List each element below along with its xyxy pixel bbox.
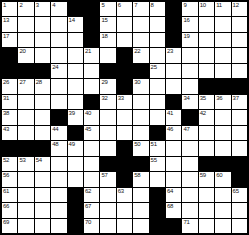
cell-r14c15[interactable] (232, 203, 247, 217)
block-cell-r7c11 (166, 95, 181, 109)
cell-r4c9[interactable]: 22 (133, 48, 148, 62)
cell-r1c3[interactable]: 3 (35, 2, 50, 16)
clue-number-63: 63 (118, 188, 124, 195)
cell-r15c12[interactable]: 71 (182, 219, 197, 233)
block-cell-r4c8 (117, 48, 132, 62)
cell-r2c12[interactable]: 16 (182, 17, 197, 31)
block-cell-r9c5 (68, 126, 83, 140)
cell-r9c11[interactable]: 46 (166, 126, 181, 140)
cell-r1c1[interactable]: 1 (2, 2, 17, 16)
clue-number-9: 9 (183, 2, 186, 9)
block-cell-r8c4 (51, 110, 66, 124)
clue-number-13: 13 (3, 17, 9, 24)
clue-number-23: 23 (167, 48, 173, 55)
cell-r13c2[interactable] (18, 188, 33, 202)
cell-r2c3[interactable] (35, 17, 50, 31)
block-cell-r10c2 (18, 141, 33, 155)
cell-r8c10[interactable] (150, 110, 165, 124)
cell-r9c12[interactable]: 47 (182, 126, 197, 140)
clue-number-39: 39 (69, 110, 75, 117)
block-cell-r4c1 (2, 48, 17, 62)
clue-number-44: 44 (52, 126, 58, 133)
cell-r2c2[interactable] (18, 17, 33, 31)
cell-r4c6[interactable]: 21 (84, 48, 99, 62)
clue-number-1: 1 (3, 2, 6, 9)
block-cell-r11c7 (100, 157, 115, 171)
clue-number-16: 16 (183, 17, 189, 24)
cell-r15c14[interactable] (215, 219, 230, 233)
block-cell-r11c15 (232, 157, 247, 171)
block-cell-r1c5 (68, 2, 83, 16)
clue-number-47: 47 (183, 126, 189, 133)
cell-r13c11[interactable]: 64 (166, 188, 181, 202)
cell-r1c15[interactable]: 12 (232, 2, 247, 16)
crossword-puzzle: 1234567891011121314151617181920212223242… (0, 0, 249, 235)
cell-r4c10[interactable] (150, 48, 165, 62)
block-cell-r10c1 (2, 141, 17, 155)
cell-r14c9[interactable] (133, 203, 148, 217)
cell-r14c6[interactable]: 67 (84, 203, 99, 217)
cell-r10c14[interactable] (215, 141, 230, 155)
cell-r1c7[interactable]: 5 (100, 2, 115, 16)
cell-r6c11[interactable] (166, 79, 181, 93)
cell-r5c6[interactable] (84, 64, 99, 78)
cell-r1c8[interactable]: 6 (117, 2, 132, 16)
cell-r12c5[interactable] (68, 172, 83, 186)
clue-number-25: 25 (151, 64, 157, 71)
cell-r14c14[interactable] (215, 203, 230, 217)
cell-r8c11[interactable]: 41 (166, 110, 181, 124)
cell-r14c11[interactable]: 68 (166, 203, 181, 217)
cell-r15c3[interactable] (35, 219, 50, 233)
cell-r2c10[interactable] (150, 17, 165, 31)
cell-r6c3[interactable]: 28 (35, 79, 50, 93)
clue-number-46: 46 (167, 126, 173, 133)
cell-r7c10[interactable] (150, 95, 165, 109)
cell-r10c9[interactable]: 50 (133, 141, 148, 155)
cell-r3c8[interactable] (117, 33, 132, 47)
cell-r8c6[interactable]: 40 (84, 110, 99, 124)
block-cell-r2c11 (166, 17, 181, 31)
block-cell-r2c6 (84, 17, 99, 31)
clue-number-24: 24 (52, 64, 58, 71)
clue-number-37: 37 (233, 95, 239, 102)
clue-number-50: 50 (134, 141, 140, 148)
clue-number-14: 14 (69, 17, 75, 24)
block-cell-r11c13 (199, 157, 214, 171)
clue-number-22: 22 (134, 48, 140, 55)
block-cell-r5c9 (133, 64, 148, 78)
block-cell-r14c5 (68, 203, 83, 217)
cell-r12c9[interactable]: 58 (133, 172, 148, 186)
clue-number-59: 59 (200, 172, 206, 179)
block-cell-r14c10 (150, 203, 165, 217)
cell-r8c2[interactable] (18, 110, 33, 124)
clue-number-64: 64 (167, 188, 173, 195)
cell-r3c1[interactable]: 17 (2, 33, 17, 47)
cell-r4c11[interactable]: 23 (166, 48, 181, 62)
clue-number-36: 36 (216, 95, 222, 102)
cell-r6c6[interactable] (84, 79, 99, 93)
cell-r7c7[interactable]: 32 (100, 95, 115, 109)
cell-r8c13[interactable]: 42 (199, 110, 214, 124)
cell-r9c9[interactable] (133, 126, 148, 140)
cell-r1c4[interactable]: 4 (51, 2, 66, 16)
cell-r15c8[interactable] (117, 219, 132, 233)
cell-r15c6[interactable]: 70 (84, 219, 99, 233)
clue-number-5: 5 (101, 2, 104, 9)
cell-r4c7[interactable] (100, 48, 115, 62)
cell-r8c14[interactable] (215, 110, 230, 124)
cell-r12c6[interactable] (84, 172, 99, 186)
cell-r4c12[interactable] (182, 48, 197, 62)
block-cell-r7c6 (84, 95, 99, 109)
cell-r6c7[interactable]: 29 (100, 79, 115, 93)
clue-number-60: 60 (216, 172, 222, 179)
cell-r9c8[interactable] (117, 126, 132, 140)
cell-r7c14[interactable]: 36 (215, 95, 230, 109)
cell-r13c13[interactable] (199, 188, 214, 202)
cell-r11c11[interactable] (166, 157, 181, 171)
cell-r5c5[interactable] (68, 64, 83, 78)
cell-r13c12[interactable] (182, 188, 197, 202)
cell-r12c11[interactable] (166, 172, 181, 186)
block-cell-r5c3 (35, 64, 50, 78)
clue-number-10: 10 (200, 2, 206, 9)
cell-r3c13[interactable] (199, 33, 214, 47)
clue-number-33: 33 (118, 95, 124, 102)
cell-r13c8[interactable]: 63 (117, 188, 132, 202)
cell-r4c3[interactable] (35, 48, 50, 62)
cell-r4c14[interactable] (215, 48, 230, 62)
cell-r12c1[interactable]: 56 (2, 172, 17, 186)
cell-r15c13[interactable] (199, 219, 214, 233)
clue-number-2: 2 (19, 2, 22, 9)
clue-number-20: 20 (19, 48, 25, 55)
cell-r1c14[interactable]: 11 (215, 2, 230, 16)
cell-r10c5[interactable]: 49 (68, 141, 83, 155)
cell-r2c5[interactable]: 14 (68, 17, 83, 31)
cell-r11c10[interactable]: 55 (150, 157, 165, 171)
clue-number-71: 71 (183, 219, 189, 226)
clue-number-38: 38 (3, 110, 9, 117)
cell-r2c9[interactable] (133, 17, 148, 31)
clue-number-6: 6 (118, 2, 121, 9)
block-cell-r3c11 (166, 33, 181, 47)
cell-r5c12[interactable] (182, 64, 197, 78)
cell-r10c4[interactable]: 48 (51, 141, 66, 155)
clue-number-53: 53 (19, 157, 25, 164)
cell-r9c15[interactable] (232, 126, 247, 140)
cell-r4c15[interactable] (232, 48, 247, 62)
clue-number-54: 54 (36, 157, 42, 164)
cell-r7c8[interactable]: 33 (117, 95, 132, 109)
cell-r9c13[interactable] (199, 126, 214, 140)
cell-r1c10[interactable]: 8 (150, 2, 165, 16)
clue-number-19: 19 (183, 33, 189, 40)
clue-number-69: 69 (3, 219, 9, 226)
clue-number-43: 43 (3, 126, 9, 133)
clue-number-58: 58 (134, 172, 140, 179)
clue-number-45: 45 (85, 126, 91, 133)
cell-r14c2[interactable] (18, 203, 33, 217)
clue-number-34: 34 (183, 95, 189, 102)
cell-r9c1[interactable]: 43 (2, 126, 17, 140)
cell-r13c9[interactable] (133, 188, 148, 202)
cell-r6c12[interactable] (182, 79, 197, 93)
clue-number-28: 28 (36, 79, 42, 86)
cell-r11c2[interactable]: 53 (18, 157, 33, 171)
clue-number-66: 66 (3, 203, 9, 210)
clue-number-35: 35 (200, 95, 206, 102)
cell-r2c4[interactable] (51, 17, 66, 31)
clue-number-41: 41 (167, 110, 173, 117)
cell-r3c5[interactable] (68, 33, 83, 47)
cell-r11c5[interactable] (68, 157, 83, 171)
cell-r6c5[interactable] (68, 79, 83, 93)
clue-number-56: 56 (3, 172, 9, 179)
cell-r13c7[interactable] (100, 188, 115, 202)
block-cell-r5c2 (18, 64, 33, 78)
cell-r11c3[interactable]: 54 (35, 157, 50, 171)
cell-r11c12[interactable] (182, 157, 197, 171)
clue-number-52: 52 (3, 157, 9, 164)
cell-r7c2[interactable] (18, 95, 33, 109)
cell-r6c4[interactable] (51, 79, 66, 93)
cell-r11c4[interactable] (51, 157, 66, 171)
block-cell-r6c8 (117, 79, 132, 93)
block-cell-r6c13 (199, 79, 214, 93)
cell-r10c15[interactable] (232, 141, 247, 155)
cell-r10c10[interactable]: 51 (150, 141, 165, 155)
block-cell-r13c10 (150, 188, 165, 202)
cell-r9c2[interactable] (18, 126, 33, 140)
clue-number-7: 7 (134, 2, 137, 9)
clue-number-18: 18 (101, 33, 107, 40)
clue-number-57: 57 (101, 172, 107, 179)
cell-r8c15[interactable] (232, 110, 247, 124)
block-cell-r15c5 (68, 219, 83, 233)
clue-number-4: 4 (52, 2, 55, 9)
block-cell-r1c6 (84, 2, 99, 16)
cell-r4c2[interactable]: 20 (18, 48, 33, 62)
block-cell-r5c7 (100, 64, 115, 78)
clue-number-68: 68 (167, 203, 173, 210)
clue-number-27: 27 (19, 79, 25, 86)
cell-r6c2[interactable]: 27 (18, 79, 33, 93)
cell-r6c10[interactable] (150, 79, 165, 93)
cell-r12c13[interactable]: 59 (199, 172, 214, 186)
crossword-grid: 1234567891011121314151617181920212223242… (0, 0, 249, 235)
cell-r12c4[interactable] (51, 172, 66, 186)
clue-number-29: 29 (101, 79, 107, 86)
cell-r13c1[interactable]: 61 (2, 188, 17, 202)
cell-r4c13[interactable] (199, 48, 214, 62)
cell-r11c1[interactable]: 52 (2, 157, 17, 171)
cell-r7c13[interactable]: 35 (199, 95, 214, 109)
block-cell-r10c8 (117, 141, 132, 155)
clue-number-31: 31 (3, 95, 9, 102)
cell-r4c5[interactable] (68, 48, 83, 62)
clue-number-55: 55 (151, 157, 157, 164)
cell-r3c3[interactable] (35, 33, 50, 47)
cell-r15c7[interactable] (100, 219, 115, 233)
cell-r5c14[interactable] (215, 64, 230, 78)
cell-r11c6[interactable] (84, 157, 99, 171)
clue-number-30: 30 (134, 79, 140, 86)
cell-r10c12[interactable] (182, 141, 197, 155)
cell-r14c1[interactable]: 66 (2, 203, 17, 217)
block-cell-r6c14 (215, 79, 230, 93)
cell-r14c3[interactable] (35, 203, 50, 217)
cell-r4c4[interactable] (51, 48, 66, 62)
cell-r3c14[interactable] (215, 33, 230, 47)
cell-r2c14[interactable] (215, 17, 230, 31)
clue-number-11: 11 (216, 2, 222, 9)
cell-r8c1[interactable]: 38 (2, 110, 17, 124)
cell-r13c14[interactable] (215, 188, 230, 202)
cell-r9c14[interactable] (215, 126, 230, 140)
cell-r15c15[interactable] (232, 219, 247, 233)
cell-r3c9[interactable] (133, 33, 148, 47)
cell-r9c4[interactable]: 44 (51, 126, 66, 140)
cell-r14c7[interactable] (100, 203, 115, 217)
cell-r7c9[interactable] (133, 95, 148, 109)
cell-r13c6[interactable]: 62 (84, 188, 99, 202)
cell-r5c10[interactable]: 25 (150, 64, 165, 78)
block-cell-r5c1 (2, 64, 17, 78)
clue-number-8: 8 (151, 2, 154, 9)
block-cell-r13c5 (68, 188, 83, 202)
cell-r8c7[interactable] (100, 110, 115, 124)
cell-r12c14[interactable]: 60 (215, 172, 230, 186)
block-cell-r11c14 (215, 157, 230, 171)
cell-r15c4[interactable] (51, 219, 66, 233)
cell-r12c2[interactable] (18, 172, 33, 186)
clue-number-40: 40 (85, 110, 91, 117)
cell-r6c9[interactable]: 30 (133, 79, 148, 93)
clue-number-12: 12 (233, 2, 239, 9)
clue-number-49: 49 (69, 141, 75, 148)
block-cell-r9c10 (150, 126, 165, 140)
block-cell-r15c10 (150, 219, 165, 233)
cell-r3c15[interactable] (232, 33, 247, 47)
cell-r14c8[interactable] (117, 203, 132, 217)
cell-r8c9[interactable] (133, 110, 148, 124)
cell-r2c13[interactable] (199, 17, 214, 31)
block-cell-r10c3 (35, 141, 50, 155)
block-cell-r1c11 (166, 2, 181, 16)
clue-number-3: 3 (36, 2, 39, 9)
cell-r5c4[interactable]: 24 (51, 64, 66, 78)
cell-r8c5[interactable]: 39 (68, 110, 83, 124)
clue-number-42: 42 (200, 110, 206, 117)
clue-number-70: 70 (85, 219, 91, 226)
cell-r8c3[interactable] (35, 110, 50, 124)
block-cell-r12c8 (117, 172, 132, 186)
clue-number-67: 67 (85, 203, 91, 210)
clue-number-61: 61 (3, 188, 9, 195)
cell-r5c15[interactable] (232, 64, 247, 78)
cell-r7c4[interactable] (51, 95, 66, 109)
block-cell-r6c15 (232, 79, 247, 93)
cell-r14c12[interactable] (182, 203, 197, 217)
cell-r13c3[interactable] (35, 188, 50, 202)
cell-r1c12[interactable]: 9 (182, 2, 197, 16)
cell-r9c3[interactable] (35, 126, 50, 140)
cell-r2c8[interactable] (117, 17, 132, 31)
cell-r8c8[interactable] (117, 110, 132, 124)
clue-number-32: 32 (101, 95, 107, 102)
cell-r12c10[interactable] (150, 172, 165, 186)
cell-r5c13[interactable] (199, 64, 214, 78)
cell-r13c15[interactable]: 65 (232, 188, 247, 202)
cell-r5c11[interactable] (166, 64, 181, 78)
cell-r12c12[interactable] (182, 172, 197, 186)
cell-r7c5[interactable] (68, 95, 83, 109)
cell-r14c13[interactable] (199, 203, 214, 217)
block-cell-r5c8 (117, 64, 132, 78)
clue-number-21: 21 (85, 48, 91, 55)
block-cell-r12c15 (232, 172, 247, 186)
clue-number-26: 26 (3, 79, 9, 86)
cell-r3c10[interactable] (150, 33, 165, 47)
cell-r3c12[interactable]: 19 (182, 33, 197, 47)
cell-r7c12[interactable]: 34 (182, 95, 197, 109)
cell-r7c3[interactable] (35, 95, 50, 109)
clue-number-51: 51 (151, 141, 157, 148)
cell-r12c3[interactable] (35, 172, 50, 186)
cell-r1c13[interactable]: 10 (199, 2, 214, 16)
clue-number-48: 48 (52, 141, 58, 148)
cell-r2c15[interactable] (232, 17, 247, 31)
clue-number-17: 17 (3, 33, 9, 40)
block-cell-r11c8 (117, 157, 132, 171)
cell-r3c7[interactable]: 18 (100, 33, 115, 47)
cell-r15c2[interactable] (18, 219, 33, 233)
cell-r10c7[interactable] (100, 141, 115, 155)
cell-r15c1[interactable]: 69 (2, 219, 17, 233)
cell-r1c9[interactable]: 7 (133, 2, 148, 16)
cell-r6c1[interactable]: 26 (2, 79, 17, 93)
cell-r7c15[interactable]: 37 (232, 95, 247, 109)
cell-r15c9[interactable] (133, 219, 148, 233)
cell-r10c11[interactable] (166, 141, 181, 155)
cell-r10c13[interactable] (199, 141, 214, 155)
clue-number-62: 62 (85, 188, 91, 195)
clue-number-15: 15 (101, 17, 107, 24)
cell-r3c2[interactable] (18, 33, 33, 47)
cell-r1c2[interactable]: 2 (18, 2, 33, 16)
cell-r9c6[interactable]: 45 (84, 126, 99, 140)
cell-r2c1[interactable]: 13 (2, 17, 17, 31)
block-cell-r11c9 (133, 157, 148, 171)
block-cell-r3c6 (84, 33, 99, 47)
cell-r12c7[interactable]: 57 (100, 172, 115, 186)
cell-r13c4[interactable] (51, 188, 66, 202)
block-cell-r15c11 (166, 219, 181, 233)
cell-r10c6[interactable] (84, 141, 99, 155)
cell-r7c1[interactable]: 31 (2, 95, 17, 109)
cell-r9c7[interactable] (100, 126, 115, 140)
block-cell-r8c12 (182, 110, 197, 124)
cell-r14c4[interactable] (51, 203, 66, 217)
clue-number-65: 65 (233, 188, 239, 195)
cell-r2c7[interactable]: 15 (100, 17, 115, 31)
cell-r3c4[interactable] (51, 33, 66, 47)
